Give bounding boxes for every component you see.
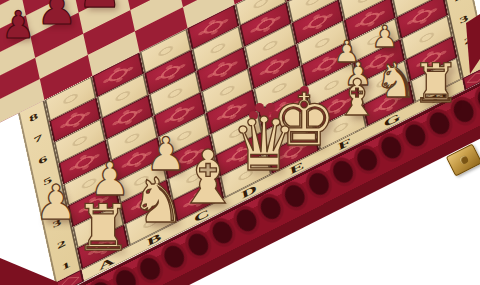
chess-set-photo-stage: 87654321 87654321 ABCDEFGH ♜♞♝♛♚♝♞♜♟♟♟♟♟… (0, 0, 480, 285)
